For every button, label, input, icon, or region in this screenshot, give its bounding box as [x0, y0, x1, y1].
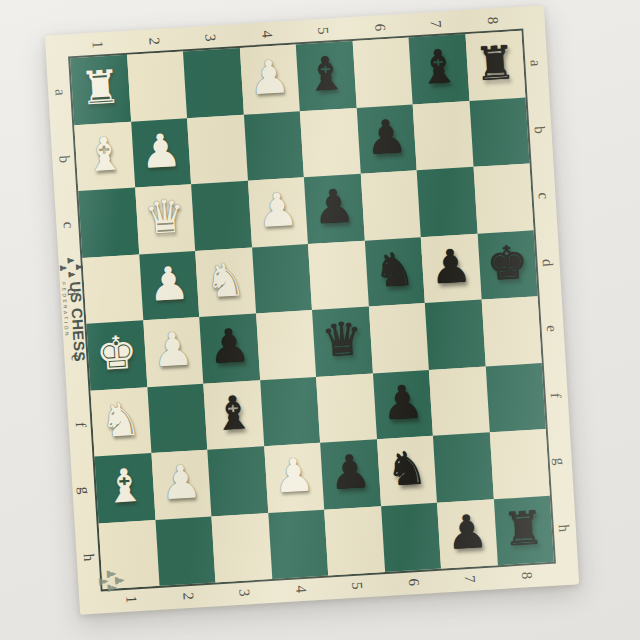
square-a7: ♝	[409, 34, 469, 104]
square-c8	[473, 163, 533, 233]
square-f6: ♟	[372, 369, 432, 439]
piece-wN-f1: ♞	[99, 395, 143, 443]
piece-bP-g5: ♟	[328, 448, 372, 496]
square-h3	[211, 513, 271, 583]
piece-wQ-c2: ♛	[143, 193, 187, 241]
piece-bN-g6: ♞	[385, 445, 429, 493]
square-c2: ♛	[135, 184, 195, 254]
square-f8	[485, 363, 545, 433]
square-b4	[243, 111, 303, 181]
square-c4: ♟	[247, 177, 307, 247]
piece-wP-e2: ♟	[151, 326, 195, 374]
square-f5	[316, 373, 376, 443]
square-d8: ♚	[477, 230, 537, 300]
square-f7	[429, 366, 489, 436]
square-g7	[433, 432, 493, 502]
square-f1: ♞	[90, 387, 150, 457]
square-e4	[256, 310, 316, 380]
piece-bP-d7: ♟	[429, 242, 473, 290]
square-b7	[413, 101, 473, 171]
pawn-mark-icon: ♟	[66, 270, 75, 279]
square-d2: ♟	[139, 251, 199, 321]
piece-bR-a8: ♜	[473, 39, 517, 87]
square-c3	[191, 181, 251, 251]
square-e2: ♟	[143, 317, 203, 387]
piece-bP-e3: ♟	[207, 322, 251, 370]
piece-wB-g1: ♝	[103, 462, 147, 510]
piece-bR-h8: ♜	[501, 504, 545, 552]
pawn-mark-icon: ♟	[74, 263, 83, 272]
square-a8: ♜	[465, 31, 525, 101]
piece-wP-d2: ♟	[147, 259, 191, 307]
square-h6	[381, 502, 441, 572]
square-g8	[489, 429, 549, 499]
piece-bB-a7: ♝	[417, 43, 461, 91]
square-f3: ♝	[203, 380, 263, 450]
square-g2: ♟	[151, 450, 211, 520]
square-e8	[481, 296, 541, 366]
square-c7	[417, 167, 477, 237]
square-b8	[469, 97, 529, 167]
square-b6: ♟	[356, 104, 416, 174]
square-e5: ♛	[312, 307, 372, 377]
square-f4	[260, 376, 320, 446]
square-d3: ♞	[195, 247, 255, 317]
piece-wP-c4: ♟	[256, 186, 300, 234]
square-h8: ♜	[493, 495, 553, 565]
chess-board-mat: 12345678 12345678 abcdefgh abcdefgh ♜♟♝♝…	[45, 5, 579, 614]
piece-wP-g4: ♟	[272, 451, 316, 499]
square-b2: ♟	[131, 118, 191, 188]
piece-bQ-e5: ♛	[320, 315, 364, 363]
piece-wP-a4: ♟	[247, 53, 291, 101]
square-a2	[127, 51, 187, 121]
piece-wP-g2: ♟	[159, 458, 203, 506]
piece-wR-a1: ♜	[78, 64, 122, 112]
piece-bB-f3: ♝	[211, 389, 255, 437]
photo-backdrop: { "game": "chess", "scene": { "descripti…	[0, 0, 640, 640]
pawn-mark-icon: ♟	[65, 256, 74, 265]
piece-bP-f6: ♟	[381, 378, 425, 426]
square-a5: ♝	[296, 41, 356, 111]
square-f2	[147, 383, 207, 453]
piece-bK-d8: ♚	[485, 239, 529, 287]
square-a4: ♟	[239, 44, 299, 114]
square-d5	[308, 240, 368, 310]
uschess-diamond-icon: ♟♟♟♟	[60, 256, 81, 277]
square-e6	[368, 303, 428, 373]
square-g5: ♟	[320, 439, 380, 509]
pawn-mark-icon: ♟	[58, 264, 67, 273]
square-e7	[425, 300, 485, 370]
square-a1: ♜	[70, 55, 130, 125]
board-grid: ♜♟♝♝♜♝♟♟♛♟♟♟♞♞♟♚♚♟♟♛♞♝♟♝♟♟♟♞♟♜	[70, 31, 554, 590]
square-g6: ♞	[377, 436, 437, 506]
square-d4	[252, 244, 312, 314]
square-d7: ♟	[421, 233, 481, 303]
square-c6	[360, 170, 420, 240]
square-c5: ♟	[304, 174, 364, 244]
square-g3	[207, 446, 267, 516]
piece-bN-d6: ♞	[372, 245, 416, 293]
square-g1: ♝	[95, 453, 155, 523]
square-e3: ♟	[199, 313, 259, 383]
square-d6: ♞	[364, 237, 424, 307]
square-b3	[187, 114, 247, 184]
square-h1	[99, 519, 159, 589]
square-c1	[78, 188, 138, 258]
square-h2	[155, 516, 215, 586]
piece-wP-b2: ♟	[139, 126, 183, 174]
piece-wK-e1: ♚	[95, 329, 139, 377]
square-g4: ♟	[264, 443, 324, 513]
piece-bP-h7: ♟	[445, 507, 489, 555]
piece-bP-b6: ♟	[364, 113, 408, 161]
piece-wB-b1: ♝	[82, 130, 126, 178]
square-b5	[300, 107, 360, 177]
square-h5	[324, 506, 384, 576]
square-e1: ♚	[86, 320, 146, 390]
piece-bP-c5: ♟	[312, 182, 356, 230]
square-b1: ♝	[74, 121, 134, 191]
square-a3	[183, 48, 243, 118]
square-a6	[352, 38, 412, 108]
brand-subtitle: FEDERATION	[61, 282, 71, 363]
square-d1	[82, 254, 142, 324]
piece-bB-a5: ♝	[304, 50, 348, 98]
piece-wN-d3: ♞	[203, 256, 247, 304]
square-h7: ♟	[437, 499, 497, 569]
square-h4	[268, 509, 328, 579]
